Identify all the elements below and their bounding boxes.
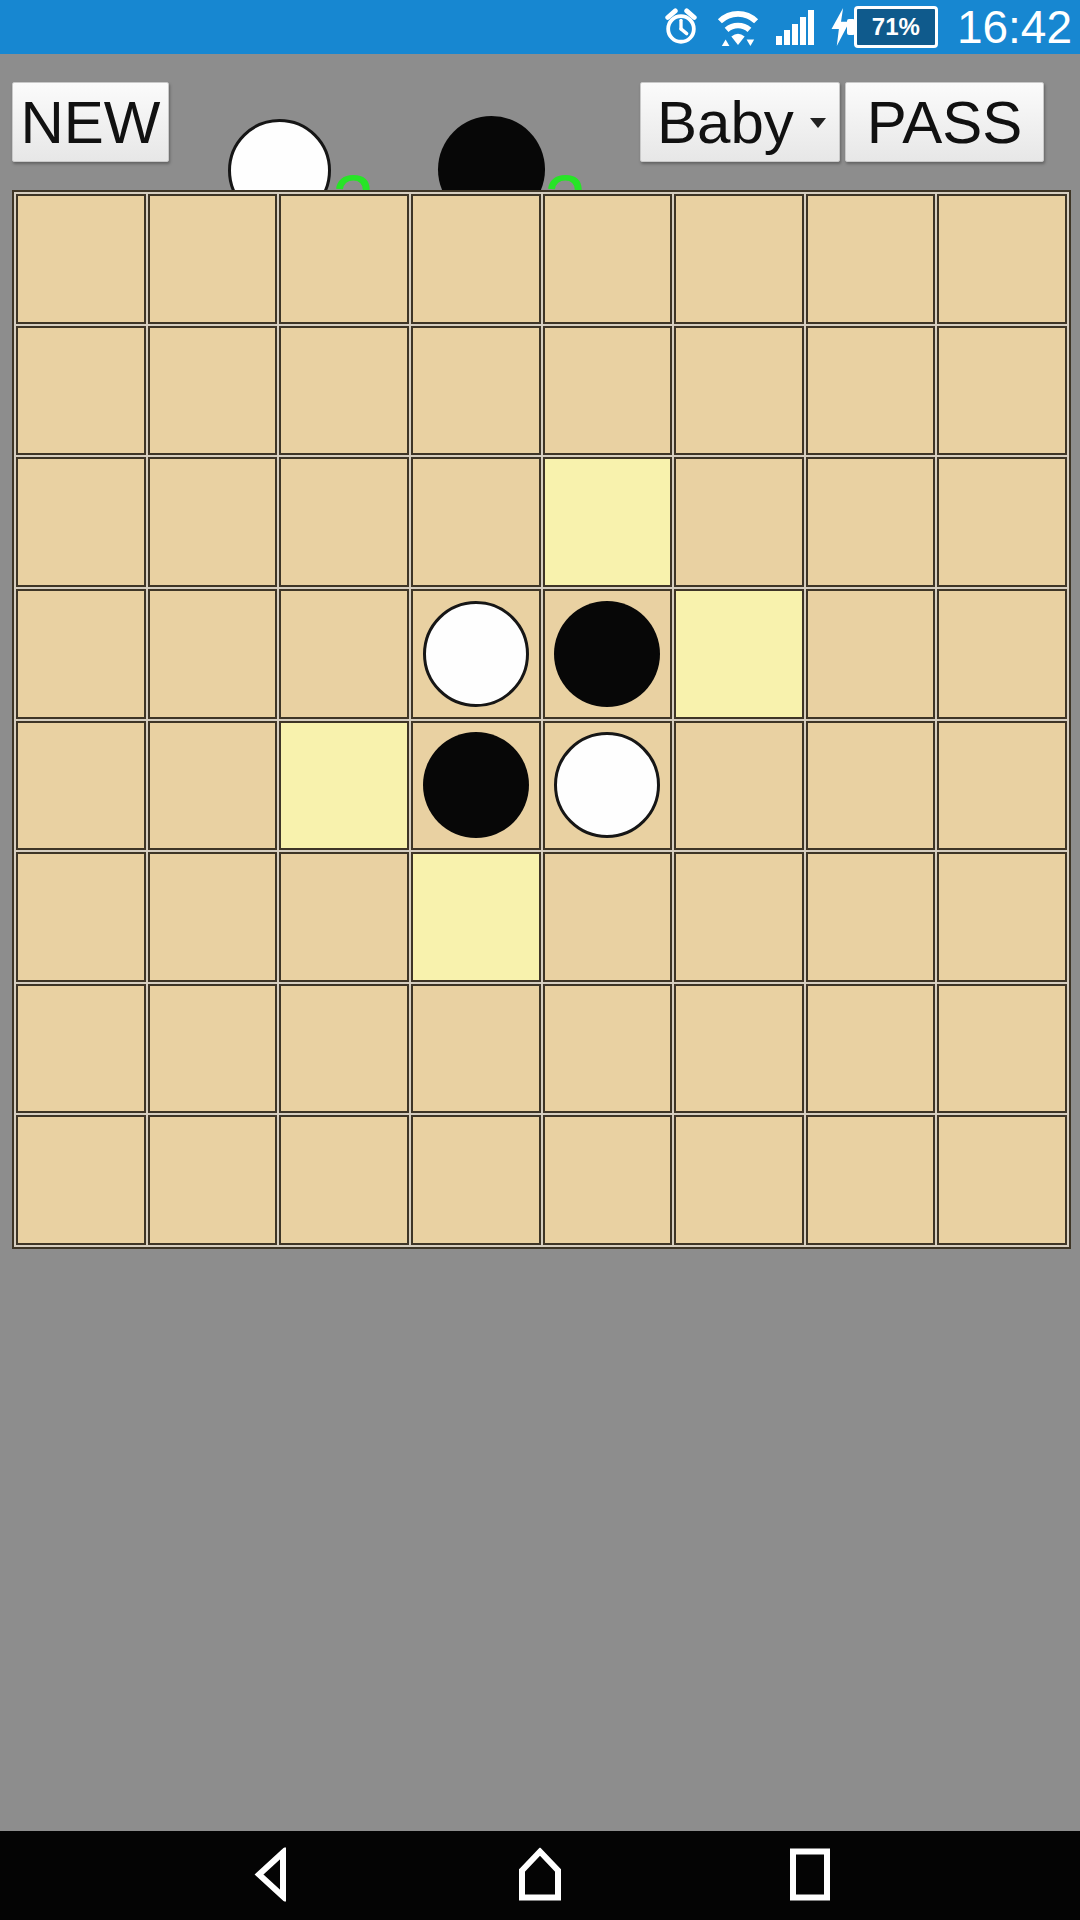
cell-b3[interactable] xyxy=(148,457,278,587)
cell-a6[interactable] xyxy=(16,852,146,982)
white-disc xyxy=(423,601,529,707)
cell-e7[interactable] xyxy=(543,984,673,1114)
back-button[interactable] xyxy=(252,1847,288,1904)
cell-h1[interactable] xyxy=(937,194,1067,324)
cell-c6[interactable] xyxy=(279,852,409,982)
black-disc xyxy=(423,732,529,838)
cell-c7[interactable] xyxy=(279,984,409,1114)
difficulty-select[interactable]: Baby xyxy=(640,82,840,162)
cell-b5[interactable] xyxy=(148,721,278,851)
cell-c3[interactable] xyxy=(279,457,409,587)
cell-e4[interactable] xyxy=(543,589,673,719)
cell-f3[interactable] xyxy=(674,457,804,587)
cell-f5[interactable] xyxy=(674,721,804,851)
cell-h6[interactable] xyxy=(937,852,1067,982)
cell-h7[interactable] xyxy=(937,984,1067,1114)
cell-f7[interactable] xyxy=(674,984,804,1114)
cell-h8[interactable] xyxy=(937,1115,1067,1245)
cell-g3[interactable] xyxy=(806,457,936,587)
cell-b4[interactable] xyxy=(148,589,278,719)
cell-c4[interactable] xyxy=(279,589,409,719)
cell-b7[interactable] xyxy=(148,984,278,1114)
cell-a1[interactable] xyxy=(16,194,146,324)
cell-f2[interactable] xyxy=(674,326,804,456)
cell-b2[interactable] xyxy=(148,326,278,456)
alarm-icon xyxy=(662,8,700,46)
dropdown-caret-icon xyxy=(810,118,826,128)
cell-d4[interactable] xyxy=(411,589,541,719)
board xyxy=(12,190,1071,1249)
cell-c8[interactable] xyxy=(279,1115,409,1245)
battery-icon: 71% xyxy=(854,6,938,48)
cell-e1[interactable] xyxy=(543,194,673,324)
cell-f4[interactable] xyxy=(674,589,804,719)
cell-h4[interactable] xyxy=(937,589,1067,719)
cell-e2[interactable] xyxy=(543,326,673,456)
black-disc xyxy=(554,601,660,707)
cell-a8[interactable] xyxy=(16,1115,146,1245)
game-toolbar: NEW 2 2 Baby PASS xyxy=(0,54,1080,190)
cell-c1[interactable] xyxy=(279,194,409,324)
cell-h5[interactable] xyxy=(937,721,1067,851)
recents-button[interactable] xyxy=(789,1847,831,1904)
cell-f1[interactable] xyxy=(674,194,804,324)
wifi-icon xyxy=(715,7,761,47)
cell-g6[interactable] xyxy=(806,852,936,982)
cell-a4[interactable] xyxy=(16,589,146,719)
home-button[interactable] xyxy=(516,1847,564,1904)
cell-h2[interactable] xyxy=(937,326,1067,456)
pass-button[interactable]: PASS xyxy=(845,82,1044,162)
cell-e6[interactable] xyxy=(543,852,673,982)
back-icon xyxy=(252,1847,288,1901)
cell-g1[interactable] xyxy=(806,194,936,324)
cell-a2[interactable] xyxy=(16,326,146,456)
battery-percent-label: 71% xyxy=(872,13,920,41)
cell-c2[interactable] xyxy=(279,326,409,456)
cell-b8[interactable] xyxy=(148,1115,278,1245)
cell-a5[interactable] xyxy=(16,721,146,851)
cell-b1[interactable] xyxy=(148,194,278,324)
battery-status: 71% xyxy=(831,6,938,48)
cell-d3[interactable] xyxy=(411,457,541,587)
cell-h3[interactable] xyxy=(937,457,1067,587)
cell-signal-icon xyxy=(776,9,816,45)
status-clock: 16:42 xyxy=(957,0,1072,54)
cell-d8[interactable] xyxy=(411,1115,541,1245)
cell-a3[interactable] xyxy=(16,457,146,587)
cell-a7[interactable] xyxy=(16,984,146,1114)
cell-g2[interactable] xyxy=(806,326,936,456)
status-bar: 71% 16:42 xyxy=(0,0,1080,54)
cell-b6[interactable] xyxy=(148,852,278,982)
cell-d6[interactable] xyxy=(411,852,541,982)
cell-d1[interactable] xyxy=(411,194,541,324)
cell-e3[interactable] xyxy=(543,457,673,587)
cell-f6[interactable] xyxy=(674,852,804,982)
recents-icon xyxy=(789,1847,831,1901)
cell-d7[interactable] xyxy=(411,984,541,1114)
othello-app-screen: 71% 16:42 NEW 2 2 Baby PASS xyxy=(0,0,1080,1920)
white-disc xyxy=(554,732,660,838)
cell-g5[interactable] xyxy=(806,721,936,851)
cell-d5[interactable] xyxy=(411,721,541,851)
cell-g8[interactable] xyxy=(806,1115,936,1245)
new-game-button[interactable]: NEW xyxy=(12,82,169,162)
cell-e5[interactable] xyxy=(543,721,673,851)
cell-e8[interactable] xyxy=(543,1115,673,1245)
difficulty-selected-label: Baby xyxy=(657,88,794,157)
cell-c5[interactable] xyxy=(279,721,409,851)
navigation-bar xyxy=(0,1831,1080,1920)
cell-g7[interactable] xyxy=(806,984,936,1114)
cell-d2[interactable] xyxy=(411,326,541,456)
cell-f8[interactable] xyxy=(674,1115,804,1245)
home-icon xyxy=(516,1847,564,1901)
cell-g4[interactable] xyxy=(806,589,936,719)
